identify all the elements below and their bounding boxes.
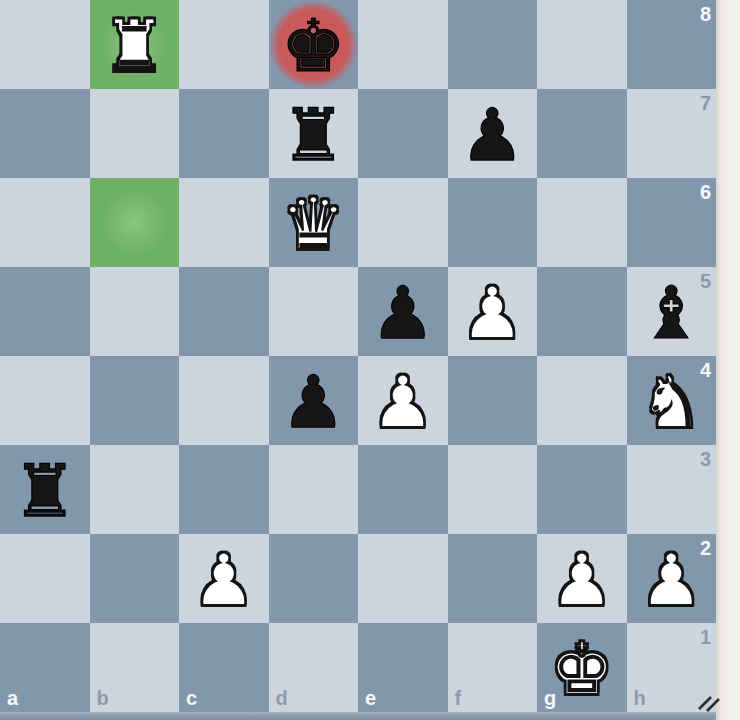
square-h4[interactable]: ♞4: [627, 356, 717, 445]
file-label-b: b: [97, 688, 109, 708]
rank-label-3: 3: [700, 449, 711, 469]
square-e2[interactable]: [358, 534, 448, 623]
piece-black-bishop[interactable]: ♝: [627, 268, 717, 356]
square-g5[interactable]: [537, 267, 627, 356]
square-b8[interactable]: ♜: [90, 0, 180, 89]
square-b1[interactable]: b: [90, 623, 180, 712]
file-label-d: d: [276, 688, 288, 708]
square-d1[interactable]: d: [269, 623, 359, 712]
square-g3[interactable]: [537, 445, 627, 534]
file-label-e: e: [365, 688, 376, 708]
square-g6[interactable]: [537, 178, 627, 267]
piece-white-king[interactable]: ♚: [537, 624, 627, 712]
square-a1[interactable]: a: [0, 623, 90, 712]
square-g8[interactable]: [537, 0, 627, 89]
square-f7[interactable]: ♟: [448, 89, 538, 178]
piece-white-knight[interactable]: ♞: [627, 357, 717, 445]
file-label-a: a: [7, 688, 18, 708]
piece-white-pawn[interactable]: ♟: [627, 535, 717, 623]
square-e1[interactable]: e: [358, 623, 448, 712]
square-c2[interactable]: ♟: [179, 534, 269, 623]
rank-label-1: 1: [700, 627, 711, 647]
piece-white-pawn[interactable]: ♟: [179, 535, 269, 623]
file-label-f: f: [455, 688, 462, 708]
square-h3[interactable]: 3: [627, 445, 717, 534]
square-h2[interactable]: ♟2: [627, 534, 717, 623]
square-c5[interactable]: [179, 267, 269, 356]
square-d7[interactable]: ♜: [269, 89, 359, 178]
square-d4[interactable]: ♟: [269, 356, 359, 445]
square-h5[interactable]: ♝5: [627, 267, 717, 356]
square-c4[interactable]: [179, 356, 269, 445]
bottom-edge-strip: [0, 712, 716, 720]
square-c7[interactable]: [179, 89, 269, 178]
resize-diagonal-lines-icon: [698, 694, 722, 712]
rank-label-7: 7: [700, 93, 711, 113]
page-background-strip: [716, 0, 740, 720]
square-e3[interactable]: [358, 445, 448, 534]
square-a5[interactable]: [0, 267, 90, 356]
square-b3[interactable]: [90, 445, 180, 534]
square-d6[interactable]: ♛: [269, 178, 359, 267]
square-d5[interactable]: [269, 267, 359, 356]
file-label-c: c: [186, 688, 197, 708]
piece-white-pawn[interactable]: ♟: [448, 268, 538, 356]
square-a7[interactable]: [0, 89, 90, 178]
chess-app: ♜♚8♜♟7♛6♟♟♝5♟♟♞4♜3♟♟♟2abcdef♚g1h: [0, 0, 740, 720]
piece-black-pawn[interactable]: ♟: [269, 357, 359, 445]
piece-white-pawn[interactable]: ♟: [537, 535, 627, 623]
square-f5[interactable]: ♟: [448, 267, 538, 356]
piece-white-pawn[interactable]: ♟: [358, 357, 448, 445]
square-h6[interactable]: 6: [627, 178, 717, 267]
square-c8[interactable]: [179, 0, 269, 89]
piece-black-rook[interactable]: ♜: [0, 446, 90, 534]
square-b4[interactable]: [90, 356, 180, 445]
square-d8[interactable]: ♚: [269, 0, 359, 89]
square-e8[interactable]: [358, 0, 448, 89]
piece-white-rook[interactable]: ♜: [90, 1, 180, 89]
square-g1[interactable]: ♚g: [537, 623, 627, 712]
piece-black-pawn[interactable]: ♟: [358, 268, 448, 356]
square-g7[interactable]: [537, 89, 627, 178]
square-h8[interactable]: 8: [627, 0, 717, 89]
square-f1[interactable]: f: [448, 623, 538, 712]
square-b2[interactable]: [90, 534, 180, 623]
square-a4[interactable]: [0, 356, 90, 445]
square-a3[interactable]: ♜: [0, 445, 90, 534]
square-b7[interactable]: [90, 89, 180, 178]
square-h7[interactable]: 7: [627, 89, 717, 178]
rank-label-8: 8: [700, 4, 711, 24]
board-resize-handle[interactable]: [698, 694, 722, 712]
square-d3[interactable]: [269, 445, 359, 534]
square-f2[interactable]: [448, 534, 538, 623]
square-b5[interactable]: [90, 267, 180, 356]
rank-label-6: 6: [700, 182, 711, 202]
square-d2[interactable]: [269, 534, 359, 623]
square-a6[interactable]: [0, 178, 90, 267]
square-e4[interactable]: ♟: [358, 356, 448, 445]
square-a2[interactable]: [0, 534, 90, 623]
chess-board[interactable]: ♜♚8♜♟7♛6♟♟♝5♟♟♞4♜3♟♟♟2abcdef♚g1h: [0, 0, 716, 712]
piece-black-pawn[interactable]: ♟: [448, 90, 538, 178]
square-f6[interactable]: [448, 178, 538, 267]
file-label-h: h: [634, 688, 646, 708]
square-f8[interactable]: [448, 0, 538, 89]
piece-black-rook[interactable]: ♜: [269, 90, 359, 178]
square-g2[interactable]: ♟: [537, 534, 627, 623]
square-b6[interactable]: [90, 178, 180, 267]
square-c1[interactable]: c: [179, 623, 269, 712]
square-f3[interactable]: [448, 445, 538, 534]
square-e7[interactable]: [358, 89, 448, 178]
square-e5[interactable]: ♟: [358, 267, 448, 356]
square-e6[interactable]: [358, 178, 448, 267]
square-a8[interactable]: [0, 0, 90, 89]
square-f4[interactable]: [448, 356, 538, 445]
piece-black-king[interactable]: ♚: [269, 1, 359, 89]
square-c6[interactable]: [179, 178, 269, 267]
piece-white-queen[interactable]: ♛: [269, 179, 359, 267]
square-g4[interactable]: [537, 356, 627, 445]
square-c3[interactable]: [179, 445, 269, 534]
